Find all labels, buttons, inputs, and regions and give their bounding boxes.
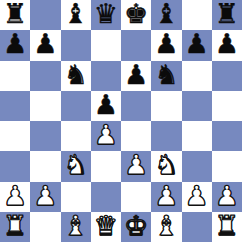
square-e5[interactable] xyxy=(121,91,151,121)
piece-black-pawn: ♟ xyxy=(154,30,178,59)
square-e4[interactable] xyxy=(121,121,151,151)
square-g4[interactable] xyxy=(182,121,212,151)
square-h2[interactable]: ♟ xyxy=(212,182,242,212)
piece-black-pawn: ♟ xyxy=(185,30,209,59)
square-g6[interactable] xyxy=(182,61,212,91)
square-d3[interactable] xyxy=(91,151,121,181)
square-c3[interactable]: ♞ xyxy=(61,151,91,181)
piece-black-bishop: ♝ xyxy=(64,0,88,29)
square-b6[interactable] xyxy=(30,61,60,91)
square-b5[interactable] xyxy=(30,91,60,121)
square-f7[interactable]: ♟ xyxy=(151,30,181,60)
square-h5[interactable] xyxy=(212,91,242,121)
square-h4[interactable] xyxy=(212,121,242,151)
piece-white-pawn: ♟ xyxy=(124,151,148,180)
square-b8[interactable] xyxy=(30,0,60,30)
piece-black-pawn: ♟ xyxy=(215,30,239,59)
piece-black-bishop: ♝ xyxy=(154,0,178,29)
square-d2[interactable] xyxy=(91,182,121,212)
square-d7[interactable] xyxy=(91,30,121,60)
square-h7[interactable]: ♟ xyxy=(212,30,242,60)
square-e2[interactable] xyxy=(121,182,151,212)
square-d8[interactable]: ♛ xyxy=(91,0,121,30)
square-g7[interactable]: ♟ xyxy=(182,30,212,60)
piece-white-bishop: ♝ xyxy=(154,212,178,241)
square-c2[interactable] xyxy=(61,182,91,212)
piece-black-pawn: ♟ xyxy=(33,30,57,59)
square-g2[interactable]: ♟ xyxy=(182,182,212,212)
square-f6[interactable]: ♞ xyxy=(151,61,181,91)
square-c5[interactable] xyxy=(61,91,91,121)
square-e8[interactable]: ♚ xyxy=(121,0,151,30)
square-g8[interactable] xyxy=(182,0,212,30)
chess-board: ♜♝♛♚♝♜♟♟♟♟♟♞♟♞♟♟♞♟♞♟♟♟♟♟♜♝♛♚♝♜ xyxy=(0,0,242,242)
square-a3[interactable] xyxy=(0,151,30,181)
square-f4[interactable] xyxy=(151,121,181,151)
square-b7[interactable]: ♟ xyxy=(30,30,60,60)
square-e6[interactable]: ♟ xyxy=(121,61,151,91)
square-a7[interactable]: ♟ xyxy=(0,30,30,60)
piece-white-pawn: ♟ xyxy=(3,182,27,211)
piece-white-knight: ♞ xyxy=(154,151,178,180)
piece-white-pawn: ♟ xyxy=(185,182,209,211)
square-c1[interactable]: ♝ xyxy=(61,212,91,242)
piece-black-queen: ♛ xyxy=(94,0,118,29)
square-c7[interactable] xyxy=(61,30,91,60)
square-a1[interactable]: ♜ xyxy=(0,212,30,242)
square-a5[interactable] xyxy=(0,91,30,121)
piece-black-pawn: ♟ xyxy=(94,91,118,120)
piece-white-knight: ♞ xyxy=(64,151,88,180)
square-b3[interactable] xyxy=(30,151,60,181)
square-c6[interactable]: ♞ xyxy=(61,61,91,91)
piece-white-rook: ♜ xyxy=(3,212,27,241)
square-c8[interactable]: ♝ xyxy=(61,0,91,30)
piece-white-pawn: ♟ xyxy=(33,182,57,211)
square-d4[interactable]: ♟ xyxy=(91,121,121,151)
piece-black-knight: ♞ xyxy=(64,61,88,90)
square-f5[interactable] xyxy=(151,91,181,121)
piece-black-king: ♚ xyxy=(124,0,148,29)
square-h8[interactable]: ♜ xyxy=(212,0,242,30)
piece-white-pawn: ♟ xyxy=(94,121,118,150)
square-a6[interactable] xyxy=(0,61,30,91)
square-b2[interactable]: ♟ xyxy=(30,182,60,212)
square-g3[interactable] xyxy=(182,151,212,181)
square-a8[interactable]: ♜ xyxy=(0,0,30,30)
square-h3[interactable] xyxy=(212,151,242,181)
square-f1[interactable]: ♝ xyxy=(151,212,181,242)
piece-white-rook: ♜ xyxy=(215,212,239,241)
piece-black-pawn: ♟ xyxy=(3,30,27,59)
piece-white-king: ♚ xyxy=(124,212,148,241)
square-e1[interactable]: ♚ xyxy=(121,212,151,242)
piece-white-queen: ♛ xyxy=(94,212,118,241)
piece-black-pawn: ♟ xyxy=(124,61,148,90)
square-c4[interactable] xyxy=(61,121,91,151)
square-e3[interactable]: ♟ xyxy=(121,151,151,181)
square-a4[interactable] xyxy=(0,121,30,151)
square-f2[interactable]: ♟ xyxy=(151,182,181,212)
piece-black-rook: ♜ xyxy=(3,0,27,29)
piece-white-pawn: ♟ xyxy=(154,182,178,211)
square-b4[interactable] xyxy=(30,121,60,151)
square-d5[interactable]: ♟ xyxy=(91,91,121,121)
square-g1[interactable] xyxy=(182,212,212,242)
square-f8[interactable]: ♝ xyxy=(151,0,181,30)
square-h6[interactable] xyxy=(212,61,242,91)
square-f3[interactable]: ♞ xyxy=(151,151,181,181)
piece-black-knight: ♞ xyxy=(154,61,178,90)
square-e7[interactable] xyxy=(121,30,151,60)
square-d6[interactable] xyxy=(91,61,121,91)
piece-white-pawn: ♟ xyxy=(215,182,239,211)
square-a2[interactable]: ♟ xyxy=(0,182,30,212)
chess-board-panel: ♜♝♛♚♝♜♟♟♟♟♟♞♟♞♟♟♞♟♞♟♟♟♟♟♜♝♛♚♝♜ xyxy=(0,0,242,242)
square-h1[interactable]: ♜ xyxy=(212,212,242,242)
square-g5[interactable] xyxy=(182,91,212,121)
piece-black-rook: ♜ xyxy=(215,0,239,29)
square-d1[interactable]: ♛ xyxy=(91,212,121,242)
piece-white-bishop: ♝ xyxy=(64,212,88,241)
square-b1[interactable] xyxy=(30,212,60,242)
